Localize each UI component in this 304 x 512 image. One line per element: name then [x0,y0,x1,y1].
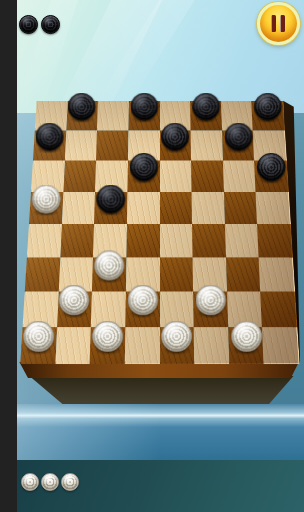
square-r8c2 [55,327,92,364]
square-r6c5[interactable] [160,257,194,292]
square-r3c5 [160,161,193,193]
square-r4c6 [192,192,226,225]
square-r6c8 [259,257,295,292]
square-r6c7[interactable] [226,257,261,292]
square-r4c5[interactable] [160,192,193,225]
square-r3c6[interactable] [191,161,224,193]
board-perspective-wrapper: ⛂⛂⛂⛂⛂⛂⛂⛂⛂⛀⛂⛀⛀⛀⛀⛀⛀⛀⛀ [29,0,290,458]
square-r1c3 [97,101,129,131]
checker-light[interactable]: ⛀ [161,321,192,352]
pause-icon [280,15,285,32]
square-r5c8[interactable] [257,224,292,258]
captured-light-tray: ⛀⛀⛀ [21,473,79,491]
checker-light[interactable]: ⛀ [23,321,54,352]
pause-button[interactable] [257,2,300,45]
checker-light[interactable]: ⛀ [231,321,262,352]
square-r4c8 [256,192,291,225]
captured-light-piece: ⛀ [21,473,39,491]
checker-light[interactable]: ⛀ [92,321,123,352]
square-r5c6[interactable] [192,224,226,258]
checker-light[interactable]: ⛀ [59,285,89,315]
square-r5c5 [160,224,194,258]
board: ⛂⛂⛂⛂⛂⛂⛂⛂⛂⛀⛂⛀⛀⛀⛀⛀⛀⛀⛀ [20,101,298,364]
square-r2c3[interactable] [96,130,129,161]
checker-dark[interactable]: ⛂ [129,153,157,181]
square-r4c7[interactable] [224,192,258,225]
checker-dark[interactable]: ⛂ [192,93,220,121]
checker-light[interactable]: ⛀ [127,285,157,315]
square-r3c2[interactable] [63,161,97,193]
square-r4c2 [62,192,96,225]
captured-light-piece: ⛀ [41,473,59,491]
captured-dark-piece: ⛂ [41,15,60,34]
pause-icon [271,15,276,32]
square-r5c1 [27,224,62,258]
checker-light[interactable]: ⛀ [94,250,124,280]
square-r6c1[interactable] [25,257,61,292]
square-r4c4 [127,192,160,225]
checker-dark[interactable]: ⛂ [130,93,158,121]
square-r7c8[interactable] [261,292,298,328]
square-r8c4 [125,327,160,364]
square-r8c8 [262,327,299,364]
checker-dark[interactable]: ⛂ [35,123,63,151]
square-r8c6 [194,327,230,364]
checker-light[interactable]: ⛀ [31,184,60,213]
checker-dark[interactable]: ⛂ [224,123,252,151]
game-screen: ⛂⛂⛂⛂⛂⛂⛂⛂⛂⛀⛂⛀⛀⛀⛀⛀⛀⛀⛀ ⛂⛂ ⛀⛀⛀ [17,0,304,512]
captured-dark-piece: ⛂ [19,15,38,34]
square-r2c6 [191,130,224,161]
checker-light[interactable]: ⛀ [195,285,225,315]
checker-dark[interactable]: ⛂ [96,184,125,213]
square-r5c2[interactable] [60,224,95,258]
square-r5c4[interactable] [126,224,160,258]
square-r3c7 [223,161,257,193]
square-r2c2 [65,130,98,161]
captured-dark-tray: ⛂⛂ [19,15,60,34]
captured-light-piece: ⛀ [61,473,79,491]
square-r5c7 [225,224,260,258]
checker-dark[interactable]: ⛂ [161,123,189,151]
